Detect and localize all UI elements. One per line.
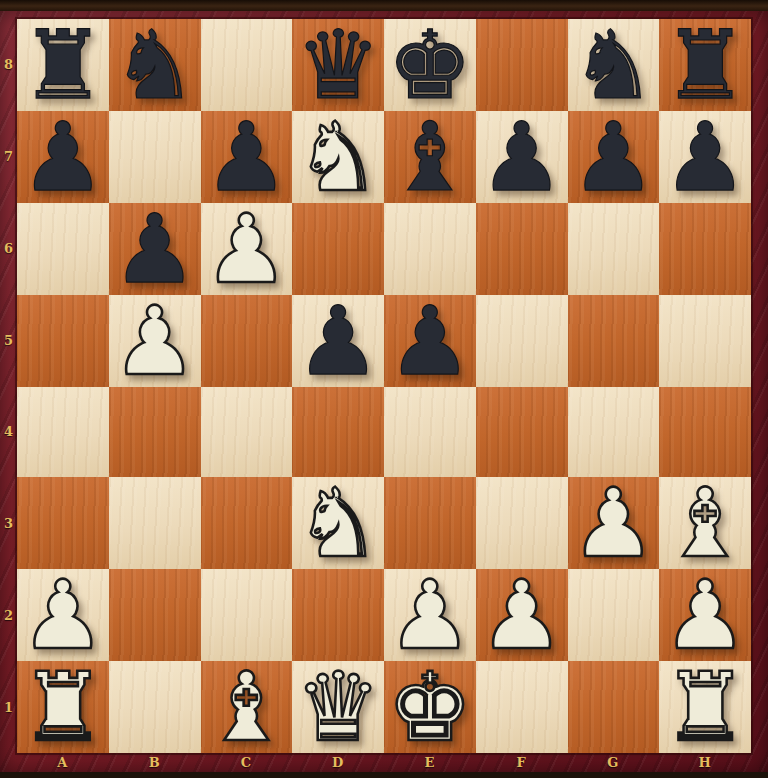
piece-white-knight[interactable]: ♞ bbox=[296, 111, 381, 203]
piece-black-pawn[interactable]: ♟ bbox=[296, 295, 381, 387]
square-a4[interactable] bbox=[17, 387, 109, 477]
piece-white-pawn[interactable]: ♟ bbox=[204, 203, 289, 295]
square-a7[interactable]: ♟ bbox=[17, 111, 109, 203]
square-d6[interactable] bbox=[292, 203, 384, 295]
square-f7[interactable]: ♟ bbox=[476, 111, 568, 203]
piece-white-king[interactable]: ♚ bbox=[387, 661, 472, 753]
rank-label-1: 1 bbox=[0, 661, 17, 753]
piece-white-pawn[interactable]: ♟ bbox=[20, 569, 105, 661]
square-b3[interactable] bbox=[109, 477, 201, 569]
square-g7[interactable]: ♟ bbox=[568, 111, 660, 203]
square-d4[interactable] bbox=[292, 387, 384, 477]
square-e3[interactable] bbox=[384, 477, 476, 569]
square-h4[interactable] bbox=[659, 387, 751, 477]
square-c8[interactable] bbox=[201, 19, 293, 111]
square-a5[interactable] bbox=[17, 295, 109, 387]
piece-black-pawn[interactable]: ♟ bbox=[204, 111, 289, 203]
piece-white-rook[interactable]: ♜ bbox=[20, 661, 105, 753]
square-g4[interactable] bbox=[568, 387, 660, 477]
square-c1[interactable]: ♝ bbox=[201, 661, 293, 753]
piece-white-pawn[interactable]: ♟ bbox=[112, 295, 197, 387]
square-e6[interactable] bbox=[384, 203, 476, 295]
square-b4[interactable] bbox=[109, 387, 201, 477]
rank-label-3: 3 bbox=[0, 478, 17, 570]
square-h1[interactable]: ♜ bbox=[659, 661, 751, 753]
piece-black-pawn[interactable]: ♟ bbox=[387, 295, 472, 387]
square-a8[interactable]: ♜ bbox=[17, 19, 109, 111]
piece-black-pawn[interactable]: ♟ bbox=[571, 111, 656, 203]
board-grid: ♜♞♛♚♞♜♟♟♞♝♟♟♟♟♟♟♟♟♞♟♝♟♟♟♟♜♝♛♚♜ bbox=[17, 19, 751, 753]
square-a2[interactable]: ♟ bbox=[17, 569, 109, 661]
file-label-b: B bbox=[109, 753, 201, 772]
file-label-h: H bbox=[659, 753, 751, 772]
square-e1[interactable]: ♚ bbox=[384, 661, 476, 753]
square-g8[interactable]: ♞ bbox=[568, 19, 660, 111]
piece-black-rook[interactable]: ♜ bbox=[20, 19, 105, 111]
piece-black-knight[interactable]: ♞ bbox=[571, 19, 656, 111]
square-e5[interactable]: ♟ bbox=[384, 295, 476, 387]
file-label-d: D bbox=[292, 753, 384, 772]
square-a6[interactable] bbox=[17, 203, 109, 295]
square-h6[interactable] bbox=[659, 203, 751, 295]
square-e2[interactable]: ♟ bbox=[384, 569, 476, 661]
file-label-g: G bbox=[568, 753, 660, 772]
square-h8[interactable]: ♜ bbox=[659, 19, 751, 111]
square-c5[interactable] bbox=[201, 295, 293, 387]
square-g1[interactable] bbox=[568, 661, 660, 753]
square-a1[interactable]: ♜ bbox=[17, 661, 109, 753]
square-b8[interactable]: ♞ bbox=[109, 19, 201, 111]
square-f4[interactable] bbox=[476, 387, 568, 477]
piece-white-queen[interactable]: ♛ bbox=[296, 661, 381, 753]
square-f2[interactable]: ♟ bbox=[476, 569, 568, 661]
rank-label-2: 2 bbox=[0, 570, 17, 662]
square-b5[interactable]: ♟ bbox=[109, 295, 201, 387]
piece-white-rook[interactable]: ♜ bbox=[663, 661, 748, 753]
square-f3[interactable] bbox=[476, 477, 568, 569]
square-e7[interactable]: ♝ bbox=[384, 111, 476, 203]
square-h5[interactable] bbox=[659, 295, 751, 387]
square-b2[interactable] bbox=[109, 569, 201, 661]
square-a3[interactable] bbox=[17, 477, 109, 569]
square-d2[interactable] bbox=[292, 569, 384, 661]
piece-black-pawn[interactable]: ♟ bbox=[479, 111, 564, 203]
square-h7[interactable]: ♟ bbox=[659, 111, 751, 203]
piece-black-pawn[interactable]: ♟ bbox=[20, 111, 105, 203]
square-b6[interactable]: ♟ bbox=[109, 203, 201, 295]
square-g2[interactable] bbox=[568, 569, 660, 661]
rank-label-4: 4 bbox=[0, 386, 17, 478]
square-e8[interactable]: ♚ bbox=[384, 19, 476, 111]
square-b1[interactable] bbox=[109, 661, 201, 753]
square-c2[interactable] bbox=[201, 569, 293, 661]
piece-white-bishop[interactable]: ♝ bbox=[663, 477, 748, 569]
file-label-e: E bbox=[384, 753, 476, 772]
piece-black-pawn[interactable]: ♟ bbox=[663, 111, 748, 203]
square-e4[interactable] bbox=[384, 387, 476, 477]
square-f6[interactable] bbox=[476, 203, 568, 295]
piece-black-bishop[interactable]: ♝ bbox=[387, 111, 472, 203]
square-h3[interactable]: ♝ bbox=[659, 477, 751, 569]
square-f5[interactable] bbox=[476, 295, 568, 387]
rank-label-6: 6 bbox=[0, 203, 17, 295]
square-d1[interactable]: ♛ bbox=[292, 661, 384, 753]
square-f8[interactable] bbox=[476, 19, 568, 111]
square-d5[interactable]: ♟ bbox=[292, 295, 384, 387]
square-d8[interactable]: ♛ bbox=[292, 19, 384, 111]
rank-label-8: 8 bbox=[0, 19, 17, 111]
piece-black-knight[interactable]: ♞ bbox=[112, 19, 197, 111]
piece-white-pawn[interactable]: ♟ bbox=[479, 569, 564, 661]
file-label-c: C bbox=[201, 753, 293, 772]
square-b7[interactable] bbox=[109, 111, 201, 203]
square-d3[interactable]: ♞ bbox=[292, 477, 384, 569]
square-d7[interactable]: ♞ bbox=[292, 111, 384, 203]
square-g5[interactable] bbox=[568, 295, 660, 387]
square-c7[interactable]: ♟ bbox=[201, 111, 293, 203]
piece-black-rook[interactable]: ♜ bbox=[663, 19, 748, 111]
square-c4[interactable] bbox=[201, 387, 293, 477]
piece-white-pawn[interactable]: ♟ bbox=[571, 477, 656, 569]
file-label-f: F bbox=[476, 753, 568, 772]
piece-black-queen[interactable]: ♛ bbox=[296, 19, 381, 111]
file-label-a: A bbox=[17, 753, 109, 772]
square-g6[interactable] bbox=[568, 203, 660, 295]
piece-white-pawn[interactable]: ♟ bbox=[387, 569, 472, 661]
chess-board-app: ♜♞♛♚♞♜♟♟♞♝♟♟♟♟♟♟♟♟♞♟♝♟♟♟♟♜♝♛♚♜ 87654321A… bbox=[0, 0, 768, 778]
square-f1[interactable] bbox=[476, 661, 568, 753]
piece-black-pawn[interactable]: ♟ bbox=[112, 203, 197, 295]
piece-white-knight[interactable]: ♞ bbox=[296, 477, 381, 569]
rank-label-7: 7 bbox=[0, 111, 17, 203]
square-c3[interactable] bbox=[201, 477, 293, 569]
piece-black-king[interactable]: ♚ bbox=[387, 19, 472, 111]
rank-label-5: 5 bbox=[0, 294, 17, 386]
square-c6[interactable]: ♟ bbox=[201, 203, 293, 295]
piece-white-bishop[interactable]: ♝ bbox=[204, 661, 289, 753]
piece-white-pawn[interactable]: ♟ bbox=[663, 569, 748, 661]
square-g3[interactable]: ♟ bbox=[568, 477, 660, 569]
square-h2[interactable]: ♟ bbox=[659, 569, 751, 661]
